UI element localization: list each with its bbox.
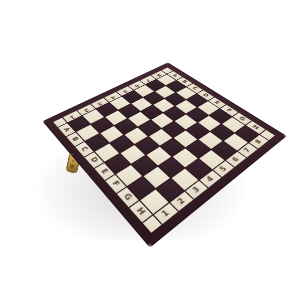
chess-set-photo: ABCDEFGH8♜♞♝♛♚♝♞♜87♟♟♟♟♟♟♟♟7665544332♟♟♟…	[0, 0, 290, 290]
